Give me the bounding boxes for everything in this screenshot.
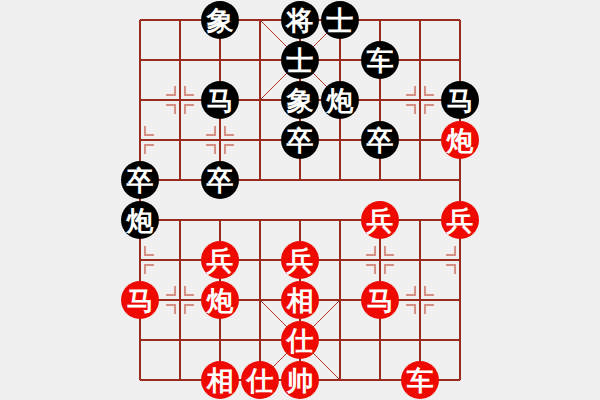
piece-black-soldier-1[interactable]: 卒 (281, 121, 319, 159)
piece-red-elephant-1[interactable]: 相 (281, 281, 319, 319)
pieces-layer: 象将士士车马象炮马卒卒卒卒炮炮兵兵兵兵马炮相马仕相仕帅车 (120, 0, 480, 400)
piece-black-cannon-1[interactable]: 炮 (321, 81, 359, 119)
piece-red-cannon-2[interactable]: 炮 (201, 281, 239, 319)
xiangqi-board: 象将士士车马象炮马卒卒卒卒炮炮兵兵兵兵马炮相马仕相仕帅车 (0, 0, 600, 400)
piece-red-horse-2[interactable]: 马 (361, 281, 399, 319)
piece-red-soldier-3[interactable]: 兵 (201, 241, 239, 279)
piece-black-soldier-2[interactable]: 卒 (361, 121, 399, 159)
piece-red-soldier-4[interactable]: 兵 (281, 241, 319, 279)
piece-black-elephant-2[interactable]: 象 (281, 81, 319, 119)
piece-black-horse-1[interactable]: 马 (201, 81, 239, 119)
piece-red-horse-1[interactable]: 马 (121, 281, 159, 319)
piece-red-soldier-1[interactable]: 兵 (361, 201, 399, 239)
piece-red-advisor-2[interactable]: 仕 (241, 361, 279, 399)
piece-red-general[interactable]: 帅 (281, 361, 319, 399)
piece-black-cannon-2[interactable]: 炮 (121, 201, 159, 239)
piece-red-soldier-2[interactable]: 兵 (441, 201, 479, 239)
piece-black-soldier-4[interactable]: 卒 (201, 161, 239, 199)
piece-red-cannon-1[interactable]: 炮 (441, 121, 479, 159)
piece-black-advisor-1[interactable]: 士 (321, 1, 359, 39)
piece-red-elephant-2[interactable]: 相 (201, 361, 239, 399)
piece-black-general[interactable]: 将 (281, 1, 319, 39)
piece-black-advisor-2[interactable]: 士 (281, 41, 319, 79)
piece-black-elephant-1[interactable]: 象 (201, 1, 239, 39)
piece-black-soldier-3[interactable]: 卒 (121, 161, 159, 199)
piece-black-chariot[interactable]: 车 (361, 41, 399, 79)
piece-black-horse-2[interactable]: 马 (441, 81, 479, 119)
piece-red-advisor-1[interactable]: 仕 (281, 321, 319, 359)
piece-red-chariot[interactable]: 车 (401, 361, 439, 399)
